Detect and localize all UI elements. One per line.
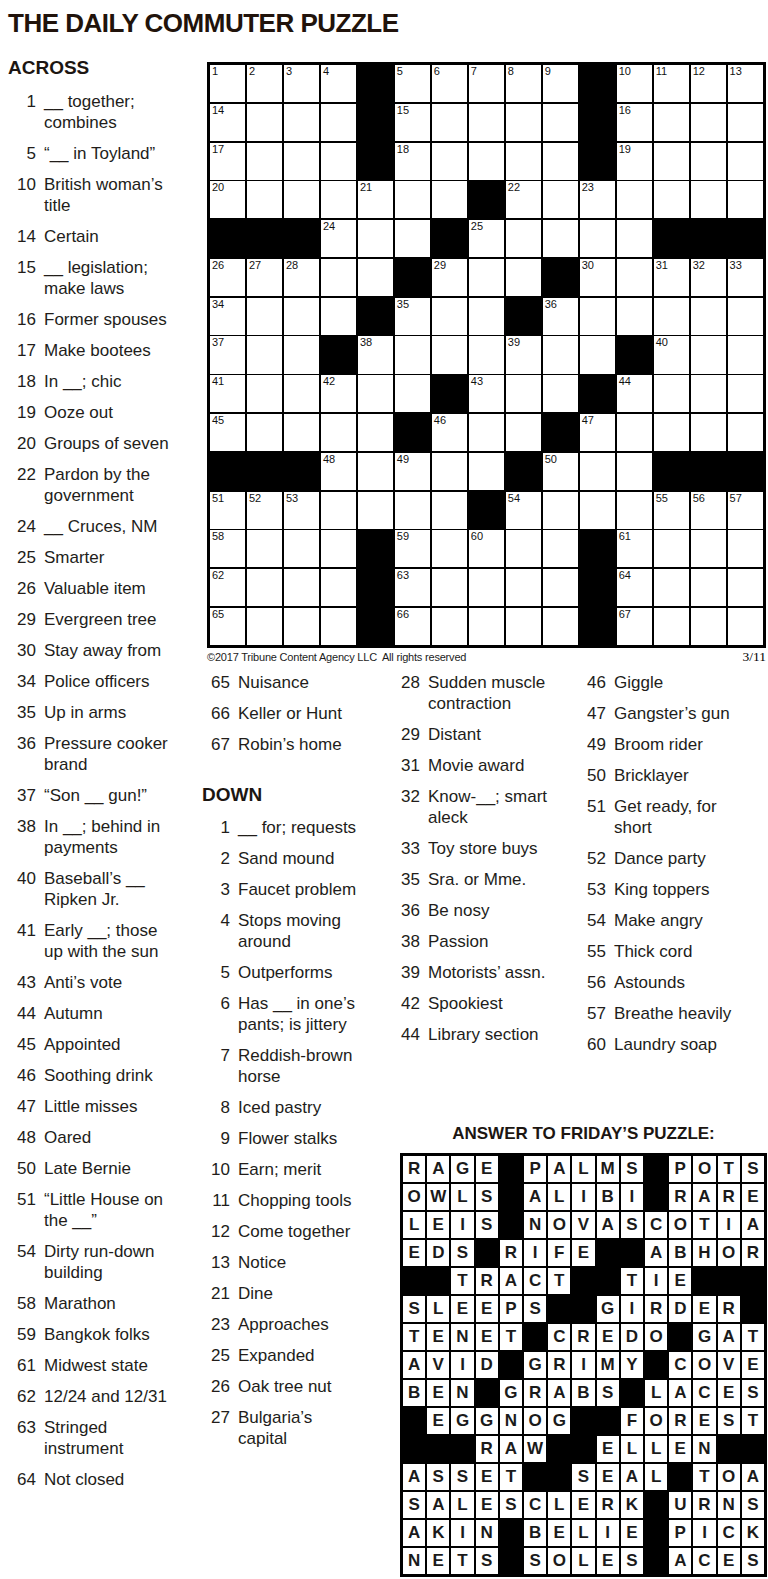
answer-cell: G (597, 1296, 619, 1322)
cell-number: 18 (397, 143, 409, 156)
cell-number: 33 (730, 259, 742, 272)
puzzle-cell[interactable]: 55 (654, 492, 689, 529)
puzzle-cell[interactable] (654, 181, 689, 218)
clue-text: Evergreen tree (44, 609, 172, 630)
clue-text: Police officers (44, 671, 172, 692)
puzzle-cell[interactable]: 64 (617, 569, 652, 606)
puzzle-cell[interactable] (395, 492, 430, 529)
clue-text: Get ready, for short (614, 796, 742, 838)
puzzle-cell[interactable]: 9 (543, 65, 578, 102)
puzzle-cell[interactable] (543, 220, 578, 257)
puzzle-cell[interactable]: 16 (617, 104, 652, 141)
puzzle-cell[interactable] (432, 181, 467, 218)
puzzle-cell[interactable] (691, 298, 726, 335)
clue-number: 66 (202, 703, 238, 724)
puzzle-cell[interactable]: 18 (395, 143, 430, 180)
answer-cell: I (693, 1520, 715, 1546)
clue-4: 4Stops moving around (202, 910, 392, 952)
puzzle-cell[interactable] (543, 181, 578, 218)
clue-text: Breathe heavily (614, 1003, 742, 1024)
puzzle-cell[interactable] (247, 143, 282, 180)
answer-cell: H (693, 1240, 715, 1266)
puzzle-cell[interactable] (284, 143, 319, 180)
clue-text: In __; behind in payments (44, 816, 172, 858)
puzzle-cell[interactable] (432, 530, 467, 567)
puzzle-cell[interactable] (469, 104, 504, 141)
puzzle-cell[interactable] (247, 298, 282, 335)
clue-number: 36 (8, 733, 44, 775)
puzzle-cell[interactable] (358, 492, 393, 529)
puzzle-cell[interactable] (358, 414, 393, 451)
puzzle-cell[interactable] (543, 492, 578, 529)
clue-25: 25Expanded (202, 1345, 392, 1366)
clue-column-2: 65Nuisance66Keller or Hunt67Robin’s home… (202, 672, 392, 1459)
puzzle-cell[interactable] (543, 608, 578, 645)
puzzle-cell[interactable] (543, 530, 578, 567)
answer-cell: D (621, 1324, 643, 1350)
puzzle-cell[interactable]: 65 (210, 608, 245, 645)
puzzle-cell[interactable] (432, 298, 467, 335)
puzzle-cell[interactable] (543, 104, 578, 141)
puzzle-cell[interactable] (321, 414, 356, 451)
puzzle-cell[interactable]: 66 (395, 608, 430, 645)
answer-cell: G (524, 1352, 546, 1378)
puzzle-cell[interactable] (321, 104, 356, 141)
answer-cell: A (669, 1380, 691, 1406)
answer-cell: S (403, 1296, 425, 1322)
puzzle-cell[interactable] (395, 375, 430, 412)
clue-text: Gangster’s gun (614, 703, 742, 724)
clue-number: 28 (392, 672, 428, 714)
puzzle-cell[interactable] (691, 608, 726, 645)
puzzle-cell[interactable] (469, 453, 504, 490)
clue-text: King toppers (614, 879, 742, 900)
across-header: ACROSS (8, 57, 198, 78)
clue-64: 64Not closed (8, 1469, 198, 1490)
puzzle-cell[interactable]: 1 (210, 65, 245, 102)
clue-8: 8Iced pastry (202, 1097, 392, 1118)
puzzle-cell[interactable]: 19 (617, 143, 652, 180)
black-cell (728, 453, 763, 490)
cell-number: 28 (286, 259, 298, 272)
puzzle-cell[interactable]: 30 (580, 259, 615, 296)
puzzle-cell[interactable]: 53 (284, 492, 319, 529)
clue-11: 11Chopping tools (202, 1190, 392, 1211)
answer-cell: P (669, 1156, 691, 1182)
answer-cell: L (548, 1492, 570, 1518)
puzzle-cell[interactable]: 8 (506, 65, 541, 102)
puzzle-cell[interactable]: 50 (543, 453, 578, 490)
puzzle-cell[interactable] (580, 298, 615, 335)
puzzle-cell[interactable] (247, 336, 282, 373)
puzzle-cell[interactable]: 24 (321, 220, 356, 257)
puzzle-cell[interactable] (358, 220, 393, 257)
puzzle-cell[interactable] (691, 569, 726, 606)
answer-cell: E (669, 1268, 691, 1294)
puzzle-cell[interactable]: 5 (395, 65, 430, 102)
answer-cell: I (597, 1520, 619, 1546)
answer-cell: E (427, 1548, 449, 1574)
cell-number: 27 (249, 259, 261, 272)
puzzle-cell[interactable] (617, 414, 652, 451)
puzzle-cell[interactable]: 15 (395, 104, 430, 141)
puzzle-cell[interactable] (728, 143, 763, 180)
answer-cell: E (693, 1408, 715, 1434)
puzzle-cell[interactable]: 12 (691, 65, 726, 102)
puzzle-cell[interactable]: 3 (284, 65, 319, 102)
puzzle-cell[interactable] (654, 530, 689, 567)
answer-cell: O (693, 1156, 715, 1182)
black-cell (500, 1156, 522, 1182)
puzzle-cell[interactable]: 60 (469, 530, 504, 567)
black-cell (358, 143, 393, 180)
puzzle-cell[interactable] (321, 181, 356, 218)
puzzle-cell[interactable]: 34 (210, 298, 245, 335)
puzzle-cell[interactable]: 62 (210, 569, 245, 606)
answer-cell: R (476, 1436, 498, 1462)
answer-cell: N (451, 1324, 473, 1350)
puzzle-cell[interactable]: 46 (432, 414, 467, 451)
puzzle-cell[interactable] (321, 259, 356, 296)
puzzle-cell[interactable] (432, 143, 467, 180)
puzzle-cell[interactable] (728, 104, 763, 141)
puzzle-cell[interactable] (506, 143, 541, 180)
answer-cell: L (403, 1212, 425, 1238)
answer-cell: R (476, 1268, 498, 1294)
puzzle-cell[interactable] (691, 336, 726, 373)
puzzle-cell[interactable] (506, 414, 541, 451)
black-cell (476, 1380, 498, 1406)
puzzle-cell[interactable]: 23 (580, 181, 615, 218)
puzzle-cell[interactable] (506, 259, 541, 296)
clue-29: 29Evergreen tree (8, 609, 198, 630)
clue-29: 29Distant (392, 724, 578, 745)
puzzle-cell[interactable]: 28 (284, 259, 319, 296)
cell-number: 3 (286, 65, 292, 78)
clue-55: 55Thick cord (578, 941, 766, 962)
puzzle-cell[interactable]: 37 (210, 336, 245, 373)
answer-cell: A (645, 1240, 667, 1266)
puzzle-cell[interactable] (247, 375, 282, 412)
cell-number: 60 (471, 530, 483, 543)
puzzle-cell[interactable] (617, 453, 652, 490)
clue-39: 39Motorists’ assn. (392, 962, 578, 983)
puzzle-cell[interactable] (284, 569, 319, 606)
puzzle-cell[interactable]: 27 (247, 259, 282, 296)
puzzle-cell[interactable]: 7 (469, 65, 504, 102)
puzzle-cell[interactable] (321, 492, 356, 529)
puzzle-cell[interactable]: 45 (210, 414, 245, 451)
puzzle-cell[interactable] (543, 569, 578, 606)
puzzle-cell[interactable] (321, 608, 356, 645)
puzzle-cell[interactable] (432, 569, 467, 606)
clue-text: Broom rider (614, 734, 742, 755)
puzzle-cell[interactable] (247, 530, 282, 567)
clue-number: 20 (8, 433, 44, 454)
puzzle-cell[interactable]: 11 (654, 65, 689, 102)
puzzle-cell[interactable] (654, 104, 689, 141)
puzzle-cell[interactable] (395, 336, 430, 373)
puzzle-cell[interactable] (691, 530, 726, 567)
puzzle-cell[interactable] (358, 453, 393, 490)
puzzle-cell[interactable]: 67 (617, 608, 652, 645)
puzzle-cell[interactable] (469, 143, 504, 180)
puzzle-cell[interactable]: 56 (691, 492, 726, 529)
answer-cell: S (451, 1240, 473, 1266)
puzzle-cell[interactable] (506, 220, 541, 257)
cell-number: 8 (508, 65, 514, 78)
black-cell (321, 336, 356, 373)
puzzle-cell[interactable]: 13 (728, 65, 763, 102)
answer-cell: E (476, 1156, 498, 1182)
puzzle-cell[interactable] (617, 259, 652, 296)
answer-cell: K (427, 1520, 449, 1546)
answer-cell: T (403, 1324, 425, 1350)
black-cell (718, 1436, 740, 1462)
puzzle-cell[interactable] (432, 453, 467, 490)
black-cell (572, 1268, 594, 1294)
puzzle-cell[interactable] (543, 375, 578, 412)
answer-cell: C (645, 1212, 667, 1238)
puzzle-cell[interactable]: 41 (210, 375, 245, 412)
clue-number: 27 (202, 1407, 238, 1449)
puzzle-cell[interactable] (469, 336, 504, 373)
puzzle-cell[interactable]: 6 (432, 65, 467, 102)
puzzle-cell[interactable] (506, 608, 541, 645)
answer-cell: N (524, 1212, 546, 1238)
black-cell (654, 220, 689, 257)
puzzle-cell[interactable] (247, 181, 282, 218)
clue-14: 14Certain (8, 226, 198, 247)
puzzle-cell[interactable]: 40 (654, 336, 689, 373)
puzzle-cell[interactable] (728, 608, 763, 645)
puzzle-cell[interactable] (580, 492, 615, 529)
puzzle-cell[interactable] (506, 569, 541, 606)
puzzle-cell[interactable]: 22 (506, 181, 541, 218)
puzzle-cell[interactable] (654, 298, 689, 335)
puzzle-cell[interactable] (469, 414, 504, 451)
puzzle-cell[interactable]: 47 (580, 414, 615, 451)
puzzle-cell[interactable]: 61 (617, 530, 652, 567)
black-cell (548, 1436, 570, 1462)
puzzle-cell[interactable] (469, 569, 504, 606)
puzzle-cell[interactable]: 10 (617, 65, 652, 102)
clue-number: 38 (8, 816, 44, 858)
puzzle-cell[interactable] (506, 530, 541, 567)
puzzle-cell[interactable] (284, 530, 319, 567)
answer-cell: E (427, 1324, 449, 1350)
puzzle-cell[interactable]: 54 (506, 492, 541, 529)
puzzle-cell[interactable]: 26 (210, 259, 245, 296)
puzzle-cell[interactable] (321, 298, 356, 335)
puzzle-cell[interactable] (469, 298, 504, 335)
puzzle-cell[interactable]: 29 (432, 259, 467, 296)
answer-cell: T (500, 1464, 522, 1490)
answer-cell: A (524, 1184, 546, 1210)
puzzle-cell[interactable]: 49 (395, 453, 430, 490)
puzzle-cell[interactable] (321, 530, 356, 567)
puzzle-cell[interactable] (284, 608, 319, 645)
puzzle-cell[interactable] (617, 298, 652, 335)
puzzle-cell[interactable]: 57 (728, 492, 763, 529)
puzzle-cell[interactable]: 14 (210, 104, 245, 141)
puzzle-cell[interactable] (691, 181, 726, 218)
puzzle-cell[interactable]: 17 (210, 143, 245, 180)
cell-number: 62 (212, 569, 224, 582)
clue-number: 44 (392, 1024, 428, 1045)
cell-number: 48 (323, 453, 335, 466)
puzzle-cell[interactable] (284, 104, 319, 141)
clue-number: 10 (8, 174, 44, 216)
puzzle-cell[interactable] (469, 259, 504, 296)
clue-number: 35 (8, 702, 44, 723)
puzzle-cell[interactable]: 39 (506, 336, 541, 373)
puzzle-cell[interactable] (728, 181, 763, 218)
puzzle-cell[interactable]: 32 (691, 259, 726, 296)
puzzle-cell[interactable]: 31 (654, 259, 689, 296)
puzzle-cell[interactable] (691, 143, 726, 180)
clue-text: Outperforms (238, 962, 366, 983)
puzzle-cell[interactable]: 44 (617, 375, 652, 412)
puzzle-cell[interactable] (728, 414, 763, 451)
puzzle-cell[interactable] (247, 569, 282, 606)
puzzle-cell[interactable]: 52 (247, 492, 282, 529)
answer-heading: ANSWER TO FRIDAY’S PUZZLE: (400, 1124, 767, 1144)
puzzle-cell[interactable] (247, 414, 282, 451)
puzzle-cell[interactable] (358, 259, 393, 296)
puzzle-cell[interactable] (321, 143, 356, 180)
puzzle-cell[interactable]: 2 (247, 65, 282, 102)
puzzle-cell[interactable] (284, 375, 319, 412)
puzzle-cell[interactable] (617, 220, 652, 257)
clue-number: 59 (8, 1324, 44, 1345)
puzzle-cell[interactable] (358, 375, 393, 412)
black-cell (548, 1296, 570, 1322)
cell-number: 37 (212, 336, 224, 349)
clue-44: 44Library section (392, 1024, 578, 1045)
puzzle-cell[interactable]: 4 (321, 65, 356, 102)
answer-cell: R (693, 1492, 715, 1518)
puzzle-cell[interactable] (543, 336, 578, 373)
puzzle-cell[interactable] (654, 569, 689, 606)
puzzle-cell[interactable] (395, 220, 430, 257)
cell-number: 7 (471, 65, 477, 78)
puzzle-cell[interactable] (284, 298, 319, 335)
puzzle-cell[interactable] (617, 181, 652, 218)
puzzle-cell[interactable]: 35 (395, 298, 430, 335)
puzzle-cell[interactable] (321, 569, 356, 606)
puzzle-cell[interactable]: 59 (395, 530, 430, 567)
clue-47: 47Gangster’s gun (578, 703, 766, 724)
puzzle-cell[interactable]: 36 (543, 298, 578, 335)
clue-text: Oared (44, 1127, 172, 1148)
clue-number: 34 (8, 671, 44, 692)
answer-cell: T (500, 1324, 522, 1350)
cell-number: 15 (397, 104, 409, 117)
puzzle-cell[interactable]: 21 (358, 181, 393, 218)
black-cell (432, 375, 467, 412)
answer-cell: L (645, 1464, 667, 1490)
answer-cell: O (524, 1408, 546, 1434)
puzzle-cell[interactable] (506, 375, 541, 412)
puzzle-cell[interactable] (654, 608, 689, 645)
puzzle-cell[interactable] (728, 569, 763, 606)
puzzle-cell[interactable] (654, 375, 689, 412)
puzzle-cell[interactable] (469, 608, 504, 645)
puzzle-cell[interactable] (654, 143, 689, 180)
puzzle-cell[interactable] (728, 530, 763, 567)
answer-cell: S (597, 1380, 619, 1406)
puzzle-cell[interactable] (728, 298, 763, 335)
puzzle-cell[interactable]: 48 (321, 453, 356, 490)
answer-cell: O (718, 1240, 740, 1266)
answer-cell: L (572, 1548, 594, 1574)
puzzle-cell[interactable] (284, 181, 319, 218)
puzzle-cell[interactable]: 42 (321, 375, 356, 412)
puzzle-cell[interactable] (654, 414, 689, 451)
puzzle-cell[interactable] (728, 375, 763, 412)
puzzle-cell[interactable]: 58 (210, 530, 245, 567)
black-cell (358, 530, 393, 567)
puzzle-cell[interactable] (617, 492, 652, 529)
puzzle-cell[interactable] (728, 336, 763, 373)
puzzle-cell[interactable] (432, 104, 467, 141)
cell-number: 46 (434, 414, 446, 427)
puzzle-cell[interactable] (247, 608, 282, 645)
puzzle-cell[interactable] (691, 375, 726, 412)
cell-number: 6 (434, 65, 440, 78)
black-cell (693, 1268, 715, 1294)
cell-number: 61 (619, 530, 631, 543)
answer-cell: S (621, 1156, 643, 1182)
puzzle-cell[interactable] (580, 453, 615, 490)
clue-50: 50Late Bernie (8, 1158, 198, 1179)
cell-number: 43 (471, 375, 483, 388)
puzzle-cell[interactable] (580, 336, 615, 373)
down-header: DOWN (202, 784, 392, 805)
puzzle-cell[interactable] (432, 336, 467, 373)
puzzle-cell[interactable] (432, 608, 467, 645)
answer-cell: I (524, 1240, 546, 1266)
puzzle-cell[interactable]: 63 (395, 569, 430, 606)
clue-number: 54 (578, 910, 614, 931)
puzzle-cell[interactable] (580, 220, 615, 257)
puzzle-cell[interactable]: 25 (469, 220, 504, 257)
black-cell (548, 1464, 570, 1490)
answer-cell: P (524, 1156, 546, 1182)
puzzle-cell[interactable] (432, 492, 467, 529)
black-cell (524, 1324, 546, 1350)
puzzle-cell[interactable] (284, 414, 319, 451)
puzzle-cell[interactable]: 20 (210, 181, 245, 218)
black-cell (691, 453, 726, 490)
cell-number: 51 (212, 492, 224, 505)
puzzle-cell[interactable]: 51 (210, 492, 245, 529)
puzzle-cell[interactable]: 33 (728, 259, 763, 296)
puzzle-cell[interactable]: 43 (469, 375, 504, 412)
puzzle-cell[interactable]: 38 (358, 336, 393, 373)
answer-cell: C (693, 1380, 715, 1406)
puzzle-cell[interactable] (691, 414, 726, 451)
puzzle-cell[interactable] (284, 336, 319, 373)
puzzle-cell[interactable] (691, 104, 726, 141)
clue-text: Early __; those up with the sun (44, 920, 172, 962)
puzzle-cell[interactable] (395, 181, 430, 218)
puzzle-cell[interactable] (543, 143, 578, 180)
clue-number: 25 (8, 547, 44, 568)
puzzle-cell[interactable] (506, 104, 541, 141)
puzzle-cell[interactable] (247, 104, 282, 141)
